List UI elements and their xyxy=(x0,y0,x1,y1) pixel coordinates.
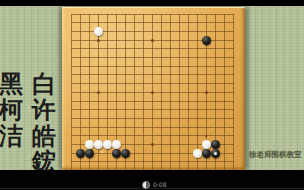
board-grid-line-horizontal xyxy=(71,14,234,15)
star-point xyxy=(151,91,154,94)
black-stone xyxy=(112,149,121,158)
board-grid-line-vertical xyxy=(161,14,162,172)
black-stone xyxy=(85,149,94,158)
board-grid-line-vertical xyxy=(80,14,81,172)
board-grid-line-horizontal xyxy=(71,118,234,119)
white-stone xyxy=(202,140,211,149)
board-grid-line-vertical xyxy=(71,14,72,172)
black-player-char: 黑 xyxy=(0,71,24,97)
board-grid-line-vertical xyxy=(179,14,180,172)
white-stone xyxy=(103,140,112,149)
board-grid-line-vertical xyxy=(224,14,225,172)
video-frame: 黑柯洁白许皓鋐 徐老师围棋教室 0:08 xyxy=(0,0,304,190)
board-grid-line-vertical xyxy=(197,14,198,172)
board-grid-line-vertical xyxy=(143,14,144,172)
board-grid-line-vertical xyxy=(125,14,126,172)
black-stone xyxy=(121,149,130,158)
board-grid-line-horizontal xyxy=(71,161,234,162)
white-player-char: 白 xyxy=(31,71,57,97)
play-state-icon[interactable] xyxy=(142,181,150,189)
last-move-marker xyxy=(214,152,217,155)
board-grid-line-horizontal xyxy=(71,57,234,58)
board-grid-line-horizontal xyxy=(71,135,234,136)
white-player-char: 许 xyxy=(31,97,57,123)
board-grid-line-vertical xyxy=(134,14,135,172)
star-point xyxy=(205,91,208,94)
black-player-char: 柯 xyxy=(0,97,24,123)
board-grid-line-horizontal xyxy=(71,48,234,49)
board-marker-dot xyxy=(205,135,207,137)
board-grid-line-vertical xyxy=(188,14,189,172)
white-stone xyxy=(112,140,121,149)
black-stone xyxy=(211,140,220,149)
star-point xyxy=(151,143,154,146)
star-point xyxy=(97,39,100,42)
white-stone xyxy=(94,27,103,36)
top-letterbox-bar xyxy=(0,0,304,6)
go-board xyxy=(62,7,245,170)
white-stone xyxy=(85,140,94,149)
video-seek-bar[interactable] xyxy=(0,188,304,189)
board-grid-line-horizontal xyxy=(71,74,234,75)
white-player-char: 皓 xyxy=(31,123,57,149)
star-point xyxy=(97,91,100,94)
board-grid-line-horizontal xyxy=(71,127,234,128)
video-time-label: 0:08 xyxy=(153,181,166,188)
board-grid-line-horizontal xyxy=(71,109,234,110)
board-grid-line-vertical xyxy=(233,14,234,172)
board-grid-line-vertical xyxy=(170,14,171,172)
black-player-char: 洁 xyxy=(0,123,24,149)
board-grid-line-horizontal xyxy=(71,22,234,23)
board-grid-line-horizontal xyxy=(71,101,234,102)
star-point xyxy=(151,39,154,42)
board-grid-line-horizontal xyxy=(71,83,234,84)
white-stone xyxy=(193,149,202,158)
black-stone xyxy=(202,36,211,45)
black-stone xyxy=(211,149,220,158)
white-stone xyxy=(94,140,103,149)
black-stone xyxy=(202,149,211,158)
watermark-text: 徐老师围棋教室 xyxy=(249,150,304,160)
black-stone xyxy=(76,149,85,158)
video-control-overlay[interactable]: 0:08 xyxy=(142,181,166,188)
board-grid-line-horizontal xyxy=(71,66,234,67)
